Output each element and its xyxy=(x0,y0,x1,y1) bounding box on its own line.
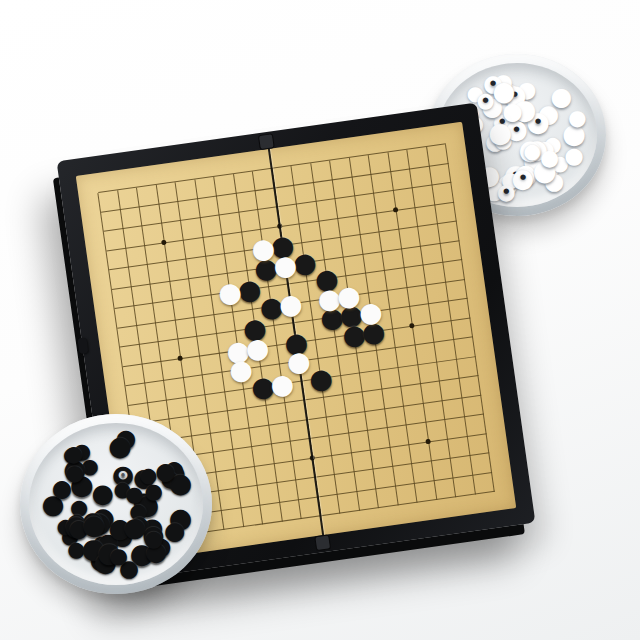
magnet-dot: ● xyxy=(482,96,488,103)
star-point xyxy=(425,439,431,445)
star-point xyxy=(409,323,415,329)
star-point xyxy=(161,240,167,246)
bowl-stone-black[interactable]: ● xyxy=(144,526,163,548)
bowl-stone-white[interactable]: ● xyxy=(564,144,584,166)
bowl-stone-black[interactable]: ● xyxy=(109,545,128,567)
bowl-stone-white[interactable]: ●● xyxy=(512,165,535,191)
white-stone[interactable]: ● xyxy=(274,253,297,276)
bowl-stone-black[interactable]: ● xyxy=(64,443,83,465)
white-stone[interactable]: ● xyxy=(229,358,252,381)
white-stone[interactable]: ● xyxy=(219,281,242,304)
magnet-dot: ● xyxy=(514,126,520,133)
star-point xyxy=(177,355,183,361)
product-photo-scene: ●●●●●●●●●●●●●●●●●●●●●●●●●●●●●●●●●●●●●●●●… xyxy=(0,0,640,640)
black-stone[interactable]: ● xyxy=(309,367,332,390)
white-stone[interactable]: ● xyxy=(271,372,294,395)
bowl-stone-black[interactable]: ● xyxy=(108,433,132,460)
side-hinge-knob-upper xyxy=(77,337,88,354)
bowl-stone-black[interactable]: ● xyxy=(139,465,157,486)
bowl-stone-black[interactable]: ● xyxy=(125,484,143,505)
bowl-stone-black[interactable]: ● xyxy=(82,511,106,538)
grid-line-vertical xyxy=(445,144,495,492)
magnet-dot: ● xyxy=(520,174,526,181)
bowl-stone-white[interactable]: ● xyxy=(523,141,541,162)
bowl-stone-black[interactable]: ● xyxy=(52,477,72,500)
bowl-stone-black[interactable]: ● xyxy=(164,519,185,544)
bowl-stone-white[interactable]: ● xyxy=(550,84,572,109)
fold-hinge-bottom xyxy=(314,534,331,551)
bowl-stone-black[interactable]: ● xyxy=(92,481,114,507)
white-stone[interactable]: ● xyxy=(279,292,302,315)
fold-hinge-top xyxy=(258,133,275,150)
star-point xyxy=(393,207,399,213)
bowl-stone-white[interactable]: ● xyxy=(488,119,512,147)
bowl-stone-black[interactable]: ● xyxy=(124,514,147,540)
grid-line-vertical xyxy=(426,146,476,494)
bowl-stone-white[interactable]: ● xyxy=(540,147,559,169)
white-stone[interactable]: ● xyxy=(359,301,382,324)
black-stone-bowl[interactable]: ●●●●●●●●●●●●●●●●●●●●●●●●●●●●●●●●●●●●●●●●… xyxy=(20,414,212,594)
magnet-dot: ● xyxy=(503,188,509,195)
bowl-stone-white[interactable]: ● xyxy=(492,77,515,103)
